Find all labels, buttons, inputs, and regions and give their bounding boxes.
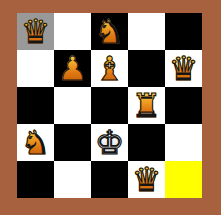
square-e3[interactable] (165, 87, 202, 124)
orange-knight[interactable]: ♞ (95, 13, 125, 50)
orange-queen[interactable]: ♛ (132, 161, 162, 198)
silver-king[interactable]: ♚ (95, 124, 125, 161)
square-d2[interactable] (128, 124, 165, 161)
square-b4[interactable]: ♟ (54, 50, 91, 87)
square-c3[interactable] (91, 87, 128, 124)
orange-knight[interactable]: ♞ (21, 124, 51, 161)
square-b2[interactable] (54, 124, 91, 161)
square-a3[interactable] (17, 87, 54, 124)
square-a4[interactable] (17, 50, 54, 87)
square-c1[interactable] (91, 161, 128, 198)
app-window: ♛♞♟♝♛♜♞♚♛ (0, 0, 221, 215)
orange-queen[interactable]: ♛ (169, 50, 199, 87)
orange-rook[interactable]: ♜ (132, 87, 162, 124)
square-d3[interactable]: ♜ (128, 87, 165, 124)
square-a2[interactable]: ♞ (17, 124, 54, 161)
square-e5[interactable] (165, 13, 202, 50)
orange-bishop[interactable]: ♝ (95, 50, 125, 87)
square-d1[interactable]: ♛ (128, 161, 165, 198)
square-e4[interactable]: ♛ (165, 50, 202, 87)
square-b5[interactable] (54, 13, 91, 50)
square-d5[interactable] (128, 13, 165, 50)
chess-board: ♛♞♟♝♛♜♞♚♛ (17, 13, 202, 198)
square-c4[interactable]: ♝ (91, 50, 128, 87)
orange-queen[interactable]: ♛ (21, 13, 51, 50)
square-b3[interactable] (54, 87, 91, 124)
square-e1[interactable] (165, 161, 202, 198)
square-b1[interactable] (54, 161, 91, 198)
square-d4[interactable] (128, 50, 165, 87)
square-e2[interactable] (165, 124, 202, 161)
square-a1[interactable] (17, 161, 54, 198)
square-a5[interactable]: ♛ (17, 13, 54, 50)
orange-pawn[interactable]: ♟ (58, 50, 88, 87)
square-c5[interactable]: ♞ (91, 13, 128, 50)
square-c2[interactable]: ♚ (91, 124, 128, 161)
